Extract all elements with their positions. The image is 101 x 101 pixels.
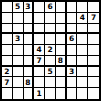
cell-r4c4[interactable]: [34, 34, 45, 45]
cell-r1c9[interactable]: [88, 2, 99, 13]
cell-r7c3[interactable]: [24, 67, 35, 78]
given-cell-r6c4[interactable]: 7: [34, 56, 45, 67]
cell-r3c3[interactable]: [24, 24, 35, 35]
cell-r3c9[interactable]: [88, 24, 99, 35]
cell-r5c6[interactable]: [56, 45, 67, 56]
cell-r5c8[interactable]: [77, 45, 88, 56]
cell-r2c6[interactable]: [56, 13, 67, 24]
given-cell-r5c5[interactable]: 2: [45, 45, 56, 56]
cell-r4c8[interactable]: [77, 34, 88, 45]
cell-r4c9[interactable]: [88, 34, 99, 45]
given-cell-r1c3[interactable]: 3: [24, 2, 35, 13]
cell-r9c2[interactable]: [13, 88, 24, 99]
cell-r2c7[interactable]: [67, 13, 78, 24]
given-cell-r9c4[interactable]: 1: [34, 88, 45, 99]
cell-r9c6[interactable]: [56, 88, 67, 99]
cell-r2c1[interactable]: [2, 13, 13, 24]
cell-r5c7[interactable]: [67, 45, 78, 56]
cell-r2c3[interactable]: [24, 13, 35, 24]
cell-r4c3[interactable]: [24, 34, 35, 45]
cell-r3c6[interactable]: [56, 24, 67, 35]
given-cell-r8c1[interactable]: 7: [2, 77, 13, 88]
given-cell-r2c8[interactable]: 4: [77, 13, 88, 24]
given-cell-r8c3[interactable]: 8: [24, 77, 35, 88]
cell-r1c7[interactable]: [67, 2, 78, 13]
given-cell-r1c5[interactable]: 6: [45, 2, 56, 13]
given-cell-r5c4[interactable]: 4: [34, 45, 45, 56]
cell-r2c5[interactable]: [45, 13, 56, 24]
cell-r9c7[interactable]: [67, 88, 78, 99]
given-cell-r4c2[interactable]: 3: [13, 34, 24, 45]
cell-r7c2[interactable]: [13, 67, 24, 78]
cell-r3c4[interactable]: [34, 24, 45, 35]
cell-r6c5[interactable]: [45, 56, 56, 67]
cell-r3c8[interactable]: [77, 24, 88, 35]
cell-r7c6[interactable]: [56, 67, 67, 78]
cell-r5c1[interactable]: [2, 45, 13, 56]
cell-r1c4[interactable]: [34, 2, 45, 13]
cell-r5c3[interactable]: [24, 45, 35, 56]
cell-r1c6[interactable]: [56, 2, 67, 13]
cell-r3c5[interactable]: [45, 24, 56, 35]
cell-r6c3[interactable]: [24, 56, 35, 67]
cell-r9c1[interactable]: [2, 88, 13, 99]
cell-r8c6[interactable]: [56, 77, 67, 88]
cell-r7c4[interactable]: [34, 67, 45, 78]
cell-r2c2[interactable]: [13, 13, 24, 24]
given-cell-r7c1[interactable]: 2: [2, 67, 13, 78]
cell-r6c8[interactable]: [77, 56, 88, 67]
cell-r8c2[interactable]: [13, 77, 24, 88]
sudoku-puzzle: 53647364278253781: [0, 0, 101, 101]
cell-r9c5[interactable]: [45, 88, 56, 99]
cell-r4c6[interactable]: [56, 34, 67, 45]
cell-r7c9[interactable]: [88, 67, 99, 78]
given-cell-r1c2[interactable]: 5: [13, 2, 24, 13]
cell-r7c8[interactable]: [77, 67, 88, 78]
cell-r3c7[interactable]: [67, 24, 78, 35]
cell-r6c7[interactable]: [67, 56, 78, 67]
cell-r8c8[interactable]: [77, 77, 88, 88]
cell-r9c3[interactable]: [24, 88, 35, 99]
cell-r9c8[interactable]: [77, 88, 88, 99]
cell-r4c1[interactable]: [2, 34, 13, 45]
cell-r6c1[interactable]: [2, 56, 13, 67]
given-cell-r7c5[interactable]: 5: [45, 67, 56, 78]
cell-r9c9[interactable]: [88, 88, 99, 99]
cell-r8c5[interactable]: [45, 77, 56, 88]
cell-r5c9[interactable]: [88, 45, 99, 56]
cell-r1c8[interactable]: [77, 2, 88, 13]
cell-r8c7[interactable]: [67, 77, 78, 88]
cell-r3c2[interactable]: [13, 24, 24, 35]
cell-r6c9[interactable]: [88, 56, 99, 67]
cell-r8c4[interactable]: [34, 77, 45, 88]
sudoku-board: 53647364278253781: [0, 0, 101, 101]
cell-r4c5[interactable]: [45, 34, 56, 45]
given-cell-r6c6[interactable]: 8: [56, 56, 67, 67]
given-cell-r4c7[interactable]: 6: [67, 34, 78, 45]
cell-r6c2[interactable]: [13, 56, 24, 67]
cell-r3c1[interactable]: [2, 24, 13, 35]
given-cell-r7c7[interactable]: 3: [67, 67, 78, 78]
cell-r1c1[interactable]: [2, 2, 13, 13]
given-cell-r2c9[interactable]: 7: [88, 13, 99, 24]
cell-r8c9[interactable]: [88, 77, 99, 88]
cell-r5c2[interactable]: [13, 45, 24, 56]
cell-r2c4[interactable]: [34, 13, 45, 24]
